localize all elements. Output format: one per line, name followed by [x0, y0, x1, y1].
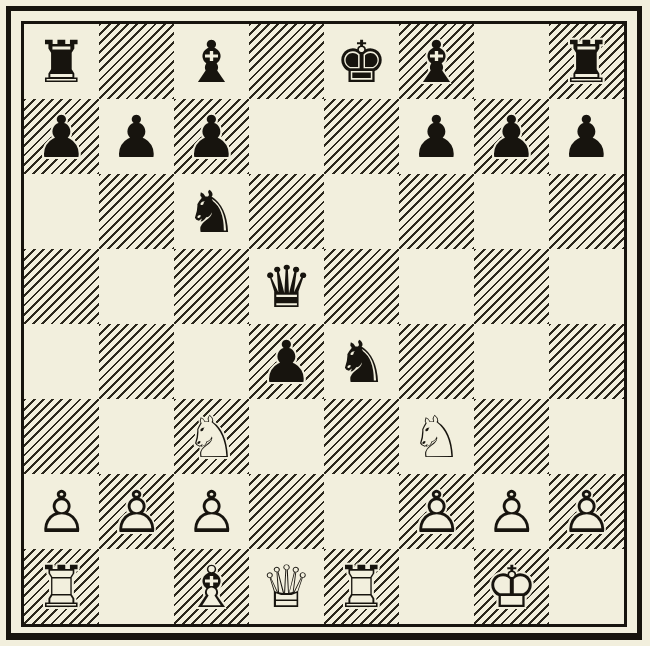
square-h1[interactable]	[549, 549, 624, 624]
square-a3[interactable]	[24, 399, 99, 474]
square-e4[interactable]: ♞♞	[324, 324, 399, 399]
piece-white-queen[interactable]: ♛♕	[249, 549, 324, 624]
square-b2[interactable]: ♟♙	[99, 474, 174, 549]
piece-white-knight[interactable]: ♞♘	[174, 399, 249, 474]
square-b7[interactable]: ♟♟	[99, 99, 174, 174]
square-d5[interactable]: ♛♛	[249, 249, 324, 324]
diagram-outer-frame: ♜♜♝♝♚♚♝♝♜♜♟♟♟♟♟♟♟♟♟♟♟♟♞♞♛♛♟♟♞♞♞♘♞♘♟♙♟♙♟♙…	[6, 6, 642, 640]
square-a6[interactable]	[24, 174, 99, 249]
piece-white-knight[interactable]: ♞♘	[399, 399, 474, 474]
square-c6[interactable]: ♞♞	[174, 174, 249, 249]
piece-white-rook[interactable]: ♜♖	[324, 549, 399, 624]
piece-black-pawn[interactable]: ♟♟	[174, 99, 249, 174]
black-pawn-icon: ♟	[561, 108, 613, 166]
piece-white-pawn[interactable]: ♟♙	[549, 474, 624, 549]
white-pawn-icon: ♙	[36, 483, 88, 541]
square-e1[interactable]: ♜♖	[324, 549, 399, 624]
square-b4[interactable]	[99, 324, 174, 399]
square-g1[interactable]: ♚♔	[474, 549, 549, 624]
chess-board: ♜♜♝♝♚♚♝♝♜♜♟♟♟♟♟♟♟♟♟♟♟♟♞♞♛♛♟♟♞♞♞♘♞♘♟♙♟♙♟♙…	[21, 21, 627, 627]
square-h3[interactable]	[549, 399, 624, 474]
square-d1[interactable]: ♛♕	[249, 549, 324, 624]
square-e7[interactable]	[324, 99, 399, 174]
black-knight-icon: ♞	[336, 333, 388, 391]
piece-black-rook[interactable]: ♜♜	[549, 24, 624, 99]
white-knight-icon: ♘	[186, 408, 238, 466]
black-pawn-icon: ♟	[186, 108, 238, 166]
square-g4[interactable]	[474, 324, 549, 399]
square-a4[interactable]	[24, 324, 99, 399]
square-a5[interactable]	[24, 249, 99, 324]
black-pawn-icon: ♟	[411, 108, 463, 166]
square-h4[interactable]	[549, 324, 624, 399]
square-b3[interactable]	[99, 399, 174, 474]
diagram-page: ♜♜♝♝♚♚♝♝♜♜♟♟♟♟♟♟♟♟♟♟♟♟♞♞♛♛♟♟♞♞♞♘♞♘♟♙♟♙♟♙…	[0, 0, 650, 646]
square-d7[interactable]	[249, 99, 324, 174]
piece-black-king[interactable]: ♚♚	[324, 24, 399, 99]
square-a7[interactable]: ♟♟	[24, 99, 99, 174]
black-pawn-icon: ♟	[111, 108, 163, 166]
black-knight-icon: ♞	[186, 183, 238, 241]
square-e3[interactable]	[324, 399, 399, 474]
square-h2[interactable]: ♟♙	[549, 474, 624, 549]
black-queen-icon: ♛	[261, 258, 313, 316]
square-d3[interactable]	[249, 399, 324, 474]
piece-black-knight[interactable]: ♞♞	[174, 174, 249, 249]
black-king-icon: ♚	[336, 33, 388, 91]
square-e8[interactable]: ♚♚	[324, 24, 399, 99]
square-f2[interactable]: ♟♙	[399, 474, 474, 549]
piece-white-pawn[interactable]: ♟♙	[174, 474, 249, 549]
piece-white-bishop[interactable]: ♝♗	[174, 549, 249, 624]
square-d8[interactable]	[249, 24, 324, 99]
square-c7[interactable]: ♟♟	[174, 99, 249, 174]
piece-white-pawn[interactable]: ♟♙	[474, 474, 549, 549]
black-bishop-icon: ♝	[411, 33, 463, 91]
white-pawn-icon: ♙	[111, 483, 163, 541]
square-f4[interactable]	[399, 324, 474, 399]
piece-black-queen[interactable]: ♛♛	[249, 249, 324, 324]
square-f6[interactable]	[399, 174, 474, 249]
square-b8[interactable]	[99, 24, 174, 99]
square-f7[interactable]: ♟♟	[399, 99, 474, 174]
piece-black-rook[interactable]: ♜♜	[24, 24, 99, 99]
white-queen-icon: ♕	[261, 558, 313, 616]
piece-black-bishop[interactable]: ♝♝	[174, 24, 249, 99]
piece-black-bishop[interactable]: ♝♝	[399, 24, 474, 99]
square-h7[interactable]: ♟♟	[549, 99, 624, 174]
square-a8[interactable]: ♜♜	[24, 24, 99, 99]
piece-white-pawn[interactable]: ♟♙	[399, 474, 474, 549]
square-a2[interactable]: ♟♙	[24, 474, 99, 549]
square-g5[interactable]	[474, 249, 549, 324]
black-pawn-icon: ♟	[261, 333, 313, 391]
square-f3[interactable]: ♞♘	[399, 399, 474, 474]
white-bishop-icon: ♗	[186, 558, 238, 616]
square-g2[interactable]: ♟♙	[474, 474, 549, 549]
square-d4[interactable]: ♟♟	[249, 324, 324, 399]
square-b6[interactable]	[99, 174, 174, 249]
square-g3[interactable]	[474, 399, 549, 474]
square-c4[interactable]	[174, 324, 249, 399]
square-e6[interactable]	[324, 174, 399, 249]
piece-white-rook[interactable]: ♜♖	[24, 549, 99, 624]
piece-black-pawn[interactable]: ♟♟	[99, 99, 174, 174]
black-rook-icon: ♜	[36, 33, 88, 91]
square-b1[interactable]	[99, 549, 174, 624]
piece-white-pawn[interactable]: ♟♙	[99, 474, 174, 549]
black-bishop-icon: ♝	[186, 33, 238, 91]
white-rook-icon: ♖	[36, 558, 88, 616]
piece-black-pawn[interactable]: ♟♟	[249, 324, 324, 399]
square-b5[interactable]	[99, 249, 174, 324]
piece-black-pawn[interactable]: ♟♟	[549, 99, 624, 174]
black-rook-icon: ♜	[561, 33, 613, 91]
piece-black-pawn[interactable]: ♟♟	[474, 99, 549, 174]
square-c5[interactable]	[174, 249, 249, 324]
black-pawn-icon: ♟	[36, 108, 88, 166]
white-pawn-icon: ♙	[561, 483, 613, 541]
piece-white-pawn[interactable]: ♟♙	[24, 474, 99, 549]
black-pawn-icon: ♟	[486, 108, 538, 166]
square-d6[interactable]	[249, 174, 324, 249]
square-g6[interactable]	[474, 174, 549, 249]
square-c2[interactable]: ♟♙	[174, 474, 249, 549]
square-f1[interactable]	[399, 549, 474, 624]
square-e5[interactable]	[324, 249, 399, 324]
piece-white-king[interactable]: ♚♔	[474, 549, 549, 624]
square-f5[interactable]	[399, 249, 474, 324]
square-h5[interactable]	[549, 249, 624, 324]
white-king-icon: ♔	[486, 558, 538, 616]
white-pawn-icon: ♙	[186, 483, 238, 541]
square-h6[interactable]	[549, 174, 624, 249]
square-g7[interactable]: ♟♟	[474, 99, 549, 174]
square-e2[interactable]	[324, 474, 399, 549]
piece-black-knight[interactable]: ♞♞	[324, 324, 399, 399]
white-knight-icon: ♘	[411, 408, 463, 466]
square-d2[interactable]	[249, 474, 324, 549]
piece-black-pawn[interactable]: ♟♟	[24, 99, 99, 174]
piece-black-pawn[interactable]: ♟♟	[399, 99, 474, 174]
square-c1[interactable]: ♝♗	[174, 549, 249, 624]
white-rook-icon: ♖	[336, 558, 388, 616]
white-pawn-icon: ♙	[411, 483, 463, 541]
white-pawn-icon: ♙	[486, 483, 538, 541]
square-g8[interactable]	[474, 24, 549, 99]
square-c3[interactable]: ♞♘	[174, 399, 249, 474]
square-h8[interactable]: ♜♜	[549, 24, 624, 99]
square-f8[interactable]: ♝♝	[399, 24, 474, 99]
square-a1[interactable]: ♜♖	[24, 549, 99, 624]
square-c8[interactable]: ♝♝	[174, 24, 249, 99]
